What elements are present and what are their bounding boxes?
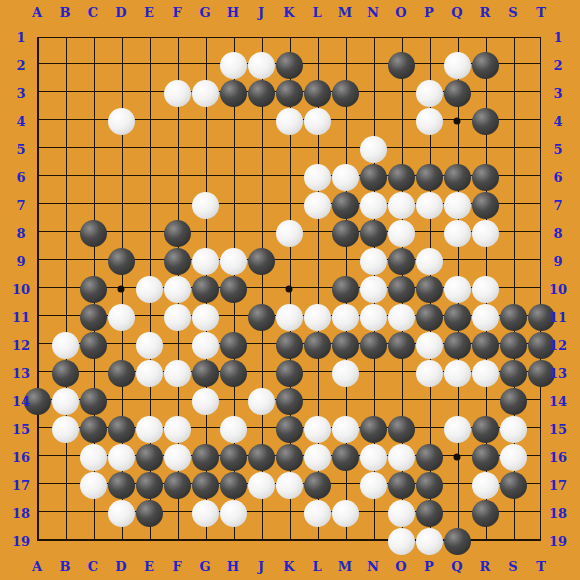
point-O2[interactable] [387,51,415,79]
point-K18[interactable] [275,499,303,527]
point-J15[interactable] [247,415,275,443]
point-H11[interactable] [219,303,247,331]
point-Q1[interactable] [443,23,471,51]
point-C6[interactable] [79,163,107,191]
point-S19[interactable] [499,527,527,555]
point-E3[interactable] [135,79,163,107]
point-J9[interactable] [247,247,275,275]
point-S18[interactable] [499,499,527,527]
point-R5[interactable] [471,135,499,163]
point-P12[interactable] [415,331,443,359]
point-B14[interactable] [51,387,79,415]
point-S2[interactable] [499,51,527,79]
point-L2[interactable] [303,51,331,79]
point-N2[interactable] [359,51,387,79]
point-R8[interactable] [471,219,499,247]
point-L9[interactable] [303,247,331,275]
point-C10[interactable] [79,275,107,303]
point-D7[interactable] [107,191,135,219]
point-L4[interactable] [303,107,331,135]
point-J2[interactable] [247,51,275,79]
point-Q11[interactable] [443,303,471,331]
point-J5[interactable] [247,135,275,163]
point-E13[interactable] [135,359,163,387]
point-L15[interactable] [303,415,331,443]
point-N18[interactable] [359,499,387,527]
point-F8[interactable] [163,219,191,247]
point-N16[interactable] [359,443,387,471]
point-F15[interactable] [163,415,191,443]
point-F16[interactable] [163,443,191,471]
point-Q16[interactable] [443,443,471,471]
point-R14[interactable] [471,387,499,415]
point-S8[interactable] [499,219,527,247]
point-O3[interactable] [387,79,415,107]
point-O9[interactable] [387,247,415,275]
point-R10[interactable] [471,275,499,303]
point-A3[interactable] [23,79,51,107]
point-P1[interactable] [415,23,443,51]
point-G19[interactable] [191,527,219,555]
point-G10[interactable] [191,275,219,303]
point-R18[interactable] [471,499,499,527]
point-P17[interactable] [415,471,443,499]
point-L5[interactable] [303,135,331,163]
point-R17[interactable] [471,471,499,499]
point-L8[interactable] [303,219,331,247]
point-P13[interactable] [415,359,443,387]
point-H16[interactable] [219,443,247,471]
point-M4[interactable] [331,107,359,135]
point-K9[interactable] [275,247,303,275]
point-E10[interactable] [135,275,163,303]
point-P3[interactable] [415,79,443,107]
point-F12[interactable] [163,331,191,359]
point-D13[interactable] [107,359,135,387]
point-D8[interactable] [107,219,135,247]
point-R13[interactable] [471,359,499,387]
point-B10[interactable] [51,275,79,303]
point-O18[interactable] [387,499,415,527]
point-N9[interactable] [359,247,387,275]
point-B11[interactable] [51,303,79,331]
point-J17[interactable] [247,471,275,499]
point-Q12[interactable] [443,331,471,359]
point-B5[interactable] [51,135,79,163]
point-E2[interactable] [135,51,163,79]
point-R1[interactable] [471,23,499,51]
point-B2[interactable] [51,51,79,79]
point-S12[interactable] [499,331,527,359]
point-F13[interactable] [163,359,191,387]
point-L16[interactable] [303,443,331,471]
point-P10[interactable] [415,275,443,303]
point-O15[interactable] [387,415,415,443]
point-E4[interactable] [135,107,163,135]
point-R4[interactable] [471,107,499,135]
point-E8[interactable] [135,219,163,247]
point-R2[interactable] [471,51,499,79]
point-F17[interactable] [163,471,191,499]
point-D11[interactable] [107,303,135,331]
point-N5[interactable] [359,135,387,163]
point-L3[interactable] [303,79,331,107]
point-K5[interactable] [275,135,303,163]
point-P19[interactable] [415,527,443,555]
point-D16[interactable] [107,443,135,471]
point-B8[interactable] [51,219,79,247]
point-Q4[interactable] [443,107,471,135]
point-C4[interactable] [79,107,107,135]
point-G15[interactable] [191,415,219,443]
point-H7[interactable] [219,191,247,219]
point-L11[interactable] [303,303,331,331]
point-M8[interactable] [331,219,359,247]
point-T4[interactable] [527,107,555,135]
point-J12[interactable] [247,331,275,359]
point-R16[interactable] [471,443,499,471]
point-H6[interactable] [219,163,247,191]
point-S15[interactable] [499,415,527,443]
point-O5[interactable] [387,135,415,163]
point-D18[interactable] [107,499,135,527]
point-O10[interactable] [387,275,415,303]
point-Q14[interactable] [443,387,471,415]
point-S13[interactable] [499,359,527,387]
point-N15[interactable] [359,415,387,443]
point-H10[interactable] [219,275,247,303]
point-B6[interactable] [51,163,79,191]
point-O4[interactable] [387,107,415,135]
point-B16[interactable] [51,443,79,471]
point-A2[interactable] [23,51,51,79]
point-S17[interactable] [499,471,527,499]
point-F11[interactable] [163,303,191,331]
point-J4[interactable] [247,107,275,135]
point-O13[interactable] [387,359,415,387]
point-J10[interactable] [247,275,275,303]
point-O6[interactable] [387,163,415,191]
point-P11[interactable] [415,303,443,331]
point-C1[interactable] [79,23,107,51]
point-B15[interactable] [51,415,79,443]
point-O1[interactable] [387,23,415,51]
point-H1[interactable] [219,23,247,51]
point-A5[interactable] [23,135,51,163]
point-A6[interactable] [23,163,51,191]
point-M7[interactable] [331,191,359,219]
point-G13[interactable] [191,359,219,387]
point-K15[interactable] [275,415,303,443]
point-L1[interactable] [303,23,331,51]
point-S11[interactable] [499,303,527,331]
point-P8[interactable] [415,219,443,247]
point-T7[interactable] [527,191,555,219]
point-N1[interactable] [359,23,387,51]
point-H5[interactable] [219,135,247,163]
point-G6[interactable] [191,163,219,191]
point-R11[interactable] [471,303,499,331]
point-L17[interactable] [303,471,331,499]
point-P14[interactable] [415,387,443,415]
point-T2[interactable] [527,51,555,79]
point-K14[interactable] [275,387,303,415]
point-N8[interactable] [359,219,387,247]
point-D1[interactable] [107,23,135,51]
point-L19[interactable] [303,527,331,555]
point-D15[interactable] [107,415,135,443]
point-J6[interactable] [247,163,275,191]
point-J3[interactable] [247,79,275,107]
point-N17[interactable] [359,471,387,499]
point-O19[interactable] [387,527,415,555]
point-F19[interactable] [163,527,191,555]
point-B9[interactable] [51,247,79,275]
point-C13[interactable] [79,359,107,387]
point-F5[interactable] [163,135,191,163]
point-A8[interactable] [23,219,51,247]
point-B1[interactable] [51,23,79,51]
point-K10[interactable] [275,275,303,303]
point-F18[interactable] [163,499,191,527]
point-H18[interactable] [219,499,247,527]
point-G8[interactable] [191,219,219,247]
point-M10[interactable] [331,275,359,303]
point-G12[interactable] [191,331,219,359]
point-R3[interactable] [471,79,499,107]
point-B19[interactable] [51,527,79,555]
point-L14[interactable] [303,387,331,415]
point-S14[interactable] [499,387,527,415]
point-D3[interactable] [107,79,135,107]
point-D9[interactable] [107,247,135,275]
point-P2[interactable] [415,51,443,79]
point-G11[interactable] [191,303,219,331]
point-G4[interactable] [191,107,219,135]
point-D14[interactable] [107,387,135,415]
point-E11[interactable] [135,303,163,331]
point-E5[interactable] [135,135,163,163]
point-C11[interactable] [79,303,107,331]
point-R15[interactable] [471,415,499,443]
point-H8[interactable] [219,219,247,247]
point-E9[interactable] [135,247,163,275]
point-E1[interactable] [135,23,163,51]
point-R19[interactable] [471,527,499,555]
point-O14[interactable] [387,387,415,415]
point-E7[interactable] [135,191,163,219]
point-S9[interactable] [499,247,527,275]
point-H14[interactable] [219,387,247,415]
point-T5[interactable] [527,135,555,163]
point-S3[interactable] [499,79,527,107]
point-Q10[interactable] [443,275,471,303]
point-K16[interactable] [275,443,303,471]
point-H4[interactable] [219,107,247,135]
point-C17[interactable] [79,471,107,499]
point-E18[interactable] [135,499,163,527]
point-M11[interactable] [331,303,359,331]
point-Q3[interactable] [443,79,471,107]
point-L10[interactable] [303,275,331,303]
point-N11[interactable] [359,303,387,331]
point-O16[interactable] [387,443,415,471]
point-M1[interactable] [331,23,359,51]
point-C14[interactable] [79,387,107,415]
point-G5[interactable] [191,135,219,163]
point-J18[interactable] [247,499,275,527]
point-N19[interactable] [359,527,387,555]
point-O12[interactable] [387,331,415,359]
point-H12[interactable] [219,331,247,359]
point-N12[interactable] [359,331,387,359]
point-N13[interactable] [359,359,387,387]
point-K8[interactable] [275,219,303,247]
point-D5[interactable] [107,135,135,163]
point-J16[interactable] [247,443,275,471]
point-M5[interactable] [331,135,359,163]
point-S5[interactable] [499,135,527,163]
point-M6[interactable] [331,163,359,191]
point-S10[interactable] [499,275,527,303]
point-E17[interactable] [135,471,163,499]
point-Q13[interactable] [443,359,471,387]
point-P7[interactable] [415,191,443,219]
point-T3[interactable] [527,79,555,107]
point-M9[interactable] [331,247,359,275]
point-H9[interactable] [219,247,247,275]
point-K11[interactable] [275,303,303,331]
point-A7[interactable] [23,191,51,219]
point-Q9[interactable] [443,247,471,275]
point-E15[interactable] [135,415,163,443]
point-G17[interactable] [191,471,219,499]
point-C8[interactable] [79,219,107,247]
point-H3[interactable] [219,79,247,107]
point-K12[interactable] [275,331,303,359]
point-J8[interactable] [247,219,275,247]
point-P6[interactable] [415,163,443,191]
point-C5[interactable] [79,135,107,163]
point-J7[interactable] [247,191,275,219]
point-D10[interactable] [107,275,135,303]
point-D6[interactable] [107,163,135,191]
point-C7[interactable] [79,191,107,219]
point-C3[interactable] [79,79,107,107]
point-Q6[interactable] [443,163,471,191]
point-E14[interactable] [135,387,163,415]
point-H13[interactable] [219,359,247,387]
point-E16[interactable] [135,443,163,471]
point-Q18[interactable] [443,499,471,527]
point-C2[interactable] [79,51,107,79]
point-B3[interactable] [51,79,79,107]
point-C16[interactable] [79,443,107,471]
point-S7[interactable] [499,191,527,219]
point-F10[interactable] [163,275,191,303]
point-N6[interactable] [359,163,387,191]
point-J1[interactable] [247,23,275,51]
point-T6[interactable] [527,163,555,191]
point-E19[interactable] [135,527,163,555]
point-K19[interactable] [275,527,303,555]
point-D19[interactable] [107,527,135,555]
point-F2[interactable] [163,51,191,79]
point-B7[interactable] [51,191,79,219]
point-M13[interactable] [331,359,359,387]
point-E6[interactable] [135,163,163,191]
point-L7[interactable] [303,191,331,219]
point-L13[interactable] [303,359,331,387]
point-N14[interactable] [359,387,387,415]
point-F14[interactable] [163,387,191,415]
point-G3[interactable] [191,79,219,107]
point-M14[interactable] [331,387,359,415]
point-J19[interactable] [247,527,275,555]
point-C12[interactable] [79,331,107,359]
point-M12[interactable] [331,331,359,359]
point-F4[interactable] [163,107,191,135]
point-T9[interactable] [527,247,555,275]
point-H17[interactable] [219,471,247,499]
point-F6[interactable] [163,163,191,191]
point-J14[interactable] [247,387,275,415]
point-C18[interactable] [79,499,107,527]
point-S4[interactable] [499,107,527,135]
point-P18[interactable] [415,499,443,527]
point-G1[interactable] [191,23,219,51]
point-T8[interactable] [527,219,555,247]
point-O11[interactable] [387,303,415,331]
point-S16[interactable] [499,443,527,471]
point-A1[interactable] [23,23,51,51]
point-M16[interactable] [331,443,359,471]
point-A9[interactable] [23,247,51,275]
point-M18[interactable] [331,499,359,527]
point-O8[interactable] [387,219,415,247]
point-N10[interactable] [359,275,387,303]
point-B12[interactable] [51,331,79,359]
point-K1[interactable] [275,23,303,51]
point-Q19[interactable] [443,527,471,555]
point-M3[interactable] [331,79,359,107]
point-N3[interactable] [359,79,387,107]
point-A4[interactable] [23,107,51,135]
point-H15[interactable] [219,415,247,443]
point-M19[interactable] [331,527,359,555]
point-B18[interactable] [51,499,79,527]
point-B4[interactable] [51,107,79,135]
point-R7[interactable] [471,191,499,219]
point-O17[interactable] [387,471,415,499]
point-K6[interactable] [275,163,303,191]
point-H2[interactable] [219,51,247,79]
point-K4[interactable] [275,107,303,135]
point-G16[interactable] [191,443,219,471]
point-Q17[interactable] [443,471,471,499]
point-C19[interactable] [79,527,107,555]
point-D12[interactable] [107,331,135,359]
point-F7[interactable] [163,191,191,219]
point-M17[interactable] [331,471,359,499]
point-P16[interactable] [415,443,443,471]
point-K13[interactable] [275,359,303,387]
point-N4[interactable] [359,107,387,135]
point-G9[interactable] [191,247,219,275]
point-J11[interactable] [247,303,275,331]
point-B17[interactable] [51,471,79,499]
point-R9[interactable] [471,247,499,275]
